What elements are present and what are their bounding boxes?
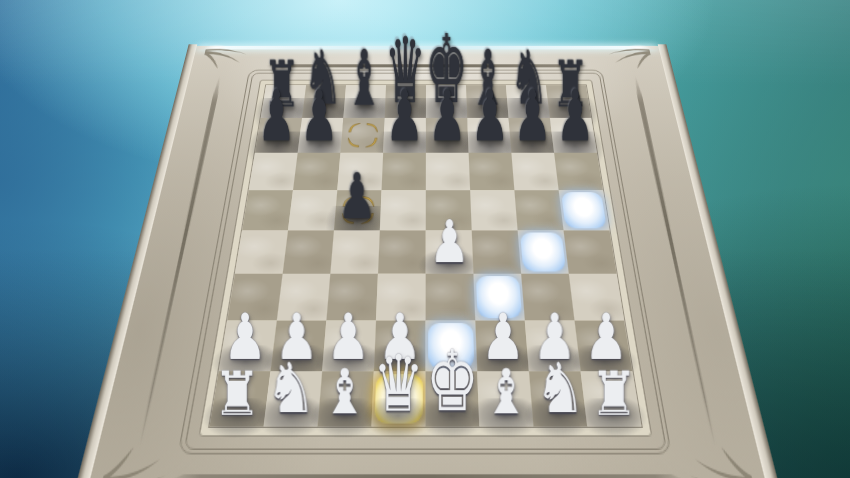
square-b7[interactable]: ♟ bbox=[297, 117, 343, 152]
black-pawn[interactable]: ♟ bbox=[300, 80, 338, 150]
black-pawn[interactable]: ♟ bbox=[513, 80, 551, 150]
chess-board: ♜♞♝♛♚♝♞♜♟♟♟♟♟♟♟♟♟♟♟♟♟♟♟♟♜♞♝♛♚♝♞♜ bbox=[207, 84, 642, 427]
square-d5[interactable] bbox=[379, 190, 425, 230]
white-queen[interactable]: ♛ bbox=[373, 345, 424, 423]
square-g4[interactable] bbox=[517, 230, 568, 273]
black-pawn[interactable]: ♟ bbox=[428, 80, 466, 150]
square-b4[interactable] bbox=[282, 230, 333, 273]
square-d7[interactable]: ♟ bbox=[383, 117, 426, 152]
black-pawn[interactable]: ♟ bbox=[385, 80, 423, 150]
square-h6[interactable] bbox=[554, 152, 603, 189]
square-d1[interactable]: ♛ bbox=[371, 371, 425, 426]
square-f6[interactable] bbox=[468, 152, 514, 189]
legal-move-highlight bbox=[560, 192, 606, 228]
black-pawn[interactable]: ♟ bbox=[470, 80, 508, 150]
inlay-blade-bottom bbox=[165, 474, 690, 478]
square-f5[interactable] bbox=[470, 190, 517, 230]
square-c8[interactable]: ♝ bbox=[343, 85, 386, 118]
square-e6[interactable] bbox=[425, 152, 469, 189]
white-rook[interactable]: ♜ bbox=[589, 363, 637, 423]
black-pawn[interactable]: ♟ bbox=[337, 165, 376, 228]
square-b1[interactable]: ♞ bbox=[263, 371, 322, 426]
corner-flourish-icon bbox=[97, 441, 174, 478]
white-rook[interactable]: ♜ bbox=[212, 363, 260, 423]
square-c1[interactable]: ♝ bbox=[317, 371, 373, 426]
square-e3[interactable] bbox=[425, 273, 475, 320]
white-king[interactable]: ♚ bbox=[425, 339, 478, 423]
square-e4[interactable]: ♟ bbox=[425, 230, 473, 273]
board-frame-outer: ♜♞♝♛♚♝♞♜♟♟♟♟♟♟♟♟♟♟♟♟♟♟♟♟♜♞♝♛♚♝♞♜ bbox=[177, 70, 672, 455]
square-f7[interactable]: ♟ bbox=[467, 117, 511, 152]
square-b6[interactable] bbox=[293, 152, 340, 189]
square-g5[interactable] bbox=[514, 190, 563, 230]
corner-flourish-icon bbox=[605, 48, 657, 72]
black-pawn[interactable]: ♟ bbox=[556, 80, 594, 150]
square-f1[interactable]: ♝ bbox=[477, 371, 533, 426]
corner-flourish-icon bbox=[198, 48, 250, 72]
square-a1[interactable]: ♜ bbox=[209, 371, 270, 426]
black-bishop[interactable]: ♝ bbox=[345, 39, 382, 116]
square-g6[interactable] bbox=[511, 152, 558, 189]
black-pawn[interactable]: ♟ bbox=[257, 80, 295, 150]
board-frame-cream-band: ♜♞♝♛♚♝♞♜♟♟♟♟♟♟♟♟♟♟♟♟♟♟♟♟♜♞♝♛♚♝♞♜ bbox=[198, 79, 652, 436]
square-h5[interactable] bbox=[558, 190, 609, 230]
square-c4[interactable] bbox=[330, 230, 380, 273]
square-d6[interactable] bbox=[381, 152, 425, 189]
square-a7[interactable]: ♟ bbox=[254, 117, 301, 152]
white-knight[interactable]: ♞ bbox=[265, 354, 316, 423]
square-c5[interactable]: ♟ bbox=[333, 190, 381, 230]
legal-move-highlight bbox=[519, 232, 565, 271]
square-a5[interactable] bbox=[242, 190, 293, 230]
white-knight[interactable]: ♞ bbox=[534, 354, 585, 423]
square-e7[interactable]: ♟ bbox=[425, 117, 468, 152]
square-a4[interactable] bbox=[234, 230, 287, 273]
square-f4[interactable] bbox=[471, 230, 520, 273]
square-a6[interactable] bbox=[248, 152, 297, 189]
corner-flourish-icon bbox=[681, 441, 758, 478]
square-g7[interactable]: ♟ bbox=[508, 117, 554, 152]
chess-game-scene: ♜♞♝♛♚♝♞♜♟♟♟♟♟♟♟♟♟♟♟♟♟♟♟♟♜♞♝♛♚♝♞♜ bbox=[0, 0, 850, 478]
square-e1[interactable]: ♚ bbox=[425, 371, 479, 426]
white-bishop[interactable]: ♝ bbox=[483, 361, 529, 423]
square-h7[interactable]: ♟ bbox=[549, 117, 596, 152]
square-h1[interactable]: ♜ bbox=[580, 371, 641, 426]
white-bishop[interactable]: ♝ bbox=[321, 361, 367, 423]
white-pawn[interactable]: ♟ bbox=[429, 212, 470, 271]
board-frame-middle: ♜♞♝♛♚♝♞♜♟♟♟♟♟♟♟♟♟♟♟♟♟♟♟♟♜♞♝♛♚♝♞♜ bbox=[183, 72, 666, 449]
square-g1[interactable]: ♞ bbox=[528, 371, 586, 426]
square-h4[interactable] bbox=[563, 230, 616, 273]
